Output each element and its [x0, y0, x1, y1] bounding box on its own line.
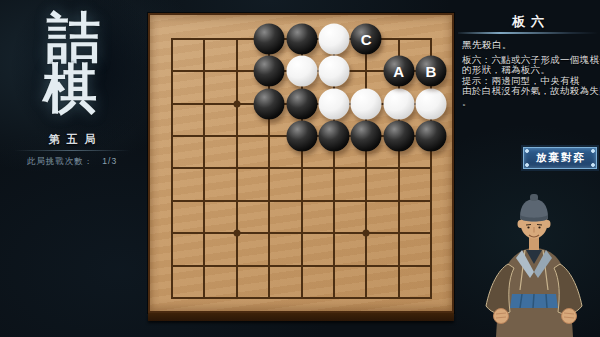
title-char-2: 棋: [14, 63, 126, 114]
puzzle-title: 板六: [460, 13, 596, 31]
stone-black: [254, 56, 285, 87]
stage-label: 第五局: [8, 132, 136, 147]
game-screen: 詰 棋 第五局 此局挑戰次數：1/3 CAB 板六 黑先殺白。 板六：六點或六子…: [0, 0, 600, 337]
stone-black: [383, 121, 414, 152]
stone-black: [286, 24, 317, 55]
candidate-marker-a[interactable]: A: [383, 56, 414, 87]
board-grid[interactable]: CAB: [171, 38, 432, 299]
title-divider: [458, 32, 598, 34]
attempts-label: 此局挑戰次數：: [27, 156, 94, 166]
stone-white: [318, 88, 349, 119]
stone-black: [416, 121, 447, 152]
attempts-value: 1/3: [102, 156, 117, 166]
stone-white: [286, 56, 317, 87]
attempts-counter: 此局挑戰次數：1/3: [6, 156, 138, 168]
stage-divider: [14, 150, 130, 151]
stone-black: [351, 121, 382, 152]
give-up-button[interactable]: 放棄對弈: [523, 147, 597, 169]
description-line: 。: [462, 97, 598, 107]
character-illustration: [468, 194, 600, 337]
stone-black: [286, 88, 317, 119]
stone-white: [383, 88, 414, 119]
candidate-marker-b[interactable]: B: [416, 56, 447, 87]
stone-black: [318, 121, 349, 152]
puzzle-objective: 黑先殺白。: [462, 39, 596, 52]
puzzle-description: 板六：六點或六子形成一個塊棋子的形狀，稱為板六。提示：兩邊同型，中央有棋由於白棋…: [462, 55, 598, 107]
stone-black: [254, 88, 285, 119]
go-board[interactable]: CAB: [148, 13, 454, 313]
stone-black: [254, 24, 285, 55]
star-point: [233, 230, 240, 237]
stone-black: [286, 121, 317, 152]
page-title: 詰 棋: [22, 12, 126, 114]
stone-white: [318, 56, 349, 87]
candidate-marker-c[interactable]: C: [351, 24, 382, 55]
stone-white: [318, 24, 349, 55]
description-line: 由於白棋沒有外氣，故劫殺為失敗: [462, 86, 598, 96]
stone-white: [351, 88, 382, 119]
stone-white: [416, 88, 447, 119]
star-point: [363, 230, 370, 237]
star-point: [233, 100, 240, 107]
